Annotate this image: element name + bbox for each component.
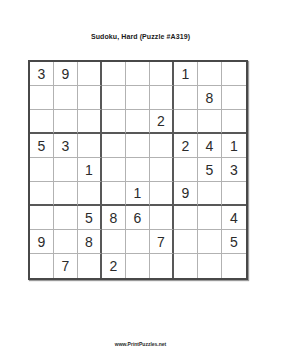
cell-r9c8[interactable] — [198, 254, 222, 278]
cell-r8c4[interactable] — [102, 230, 126, 254]
cell-r3c8[interactable] — [198, 110, 222, 134]
cell-r7c3: 5 — [78, 206, 102, 230]
cell-r4c8: 4 — [198, 134, 222, 158]
cell-r7c5: 6 — [126, 206, 150, 230]
cell-r8c7[interactable] — [174, 230, 198, 254]
cell-r1c9[interactable] — [222, 62, 246, 86]
cell-r5c4[interactable] — [102, 158, 126, 182]
cell-r8c1: 9 — [30, 230, 54, 254]
cell-r6c4[interactable] — [102, 182, 126, 206]
cell-r5c8: 5 — [198, 158, 222, 182]
cell-r3c5[interactable] — [126, 110, 150, 134]
cell-r3c6: 2 — [150, 110, 174, 134]
cell-r9c7[interactable] — [174, 254, 198, 278]
cell-r7c2[interactable] — [54, 206, 78, 230]
cell-r8c6: 7 — [150, 230, 174, 254]
cell-r4c4[interactable] — [102, 134, 126, 158]
cell-r7c7[interactable] — [174, 206, 198, 230]
cell-r1c2: 9 — [54, 62, 78, 86]
cell-r8c8[interactable] — [198, 230, 222, 254]
cell-r8c9: 5 — [222, 230, 246, 254]
cell-r1c4[interactable] — [102, 62, 126, 86]
cell-r3c4[interactable] — [102, 110, 126, 134]
puzzle-title: Sudoku, Hard (Puzzle #A319) — [0, 33, 281, 40]
sudoku-board: 3918253241153195864987572 — [28, 60, 248, 280]
cell-r1c3[interactable] — [78, 62, 102, 86]
cell-r5c1[interactable] — [30, 158, 54, 182]
cell-r2c8: 8 — [198, 86, 222, 110]
cell-r5c3: 1 — [78, 158, 102, 182]
cell-r8c2[interactable] — [54, 230, 78, 254]
cell-r8c5[interactable] — [126, 230, 150, 254]
cell-r6c5: 1 — [126, 182, 150, 206]
cell-r3c2[interactable] — [54, 110, 78, 134]
cell-r4c6[interactable] — [150, 134, 174, 158]
cell-r7c1[interactable] — [30, 206, 54, 230]
cell-r2c2[interactable] — [54, 86, 78, 110]
cell-r3c3[interactable] — [78, 110, 102, 134]
cell-r6c7: 9 — [174, 182, 198, 206]
cell-r2c9[interactable] — [222, 86, 246, 110]
cell-r9c6[interactable] — [150, 254, 174, 278]
cell-r9c5[interactable] — [126, 254, 150, 278]
cell-r4c7: 2 — [174, 134, 198, 158]
cell-r7c4: 8 — [102, 206, 126, 230]
cell-r3c9[interactable] — [222, 110, 246, 134]
cell-r9c2: 7 — [54, 254, 78, 278]
cell-r6c1[interactable] — [30, 182, 54, 206]
cell-r8c3: 8 — [78, 230, 102, 254]
cell-r9c3[interactable] — [78, 254, 102, 278]
cell-r1c8[interactable] — [198, 62, 222, 86]
cell-r6c2[interactable] — [54, 182, 78, 206]
cell-r4c3[interactable] — [78, 134, 102, 158]
cell-r6c8[interactable] — [198, 182, 222, 206]
cell-r3c1[interactable] — [30, 110, 54, 134]
cell-r2c5[interactable] — [126, 86, 150, 110]
footer-url: www.PrintPuzzles.net — [0, 341, 281, 347]
cell-r2c1[interactable] — [30, 86, 54, 110]
cell-r7c6[interactable] — [150, 206, 174, 230]
cell-r4c1: 5 — [30, 134, 54, 158]
cell-r7c9: 4 — [222, 206, 246, 230]
cell-r6c9[interactable] — [222, 182, 246, 206]
cell-r9c9[interactable] — [222, 254, 246, 278]
cell-r9c4: 2 — [102, 254, 126, 278]
cell-r4c5[interactable] — [126, 134, 150, 158]
cell-r6c6[interactable] — [150, 182, 174, 206]
cell-r1c1: 3 — [30, 62, 54, 86]
cell-r7c8[interactable] — [198, 206, 222, 230]
cell-r1c7: 1 — [174, 62, 198, 86]
cell-r2c4[interactable] — [102, 86, 126, 110]
cell-r5c2[interactable] — [54, 158, 78, 182]
cell-r5c7[interactable] — [174, 158, 198, 182]
cell-r1c6[interactable] — [150, 62, 174, 86]
cell-r2c6[interactable] — [150, 86, 174, 110]
cell-r2c3[interactable] — [78, 86, 102, 110]
cell-r5c5[interactable] — [126, 158, 150, 182]
cell-r5c6[interactable] — [150, 158, 174, 182]
page: Sudoku, Hard (Puzzle #A319) 391825324115… — [0, 0, 281, 363]
cell-r4c9: 1 — [222, 134, 246, 158]
cell-r4c2: 3 — [54, 134, 78, 158]
cell-r2c7[interactable] — [174, 86, 198, 110]
cell-r3c7[interactable] — [174, 110, 198, 134]
cell-r1c5[interactable] — [126, 62, 150, 86]
cell-r5c9: 3 — [222, 158, 246, 182]
cell-r9c1[interactable] — [30, 254, 54, 278]
cell-r6c3[interactable] — [78, 182, 102, 206]
